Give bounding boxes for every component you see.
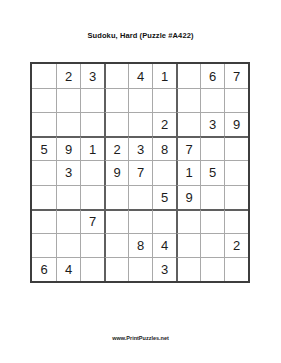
- cell-r4c9[interactable]: [224, 136, 248, 160]
- cell-r7c5[interactable]: [128, 209, 152, 233]
- cell-r9c8[interactable]: [200, 257, 224, 281]
- cell-r9c7[interactable]: [176, 257, 200, 281]
- cell-r5c7[interactable]: 1: [176, 160, 200, 184]
- cell-r8c4[interactable]: [104, 233, 128, 257]
- cell-r7c4[interactable]: [104, 209, 128, 233]
- cell-r9c9[interactable]: [224, 257, 248, 281]
- cell-r6c2[interactable]: [56, 185, 80, 209]
- cell-r8c6[interactable]: 4: [152, 233, 176, 257]
- cell-r6c4[interactable]: [104, 185, 128, 209]
- cell-r1c4[interactable]: [104, 64, 128, 88]
- cell-r7c6[interactable]: [152, 209, 176, 233]
- cell-r9c3[interactable]: [80, 257, 104, 281]
- cell-r2c6[interactable]: [152, 88, 176, 112]
- cell-r4c1[interactable]: 5: [32, 136, 56, 160]
- cell-r3c3[interactable]: [80, 112, 104, 136]
- cell-r5c9[interactable]: [224, 160, 248, 184]
- cell-r6c5[interactable]: [128, 185, 152, 209]
- cell-r9c5[interactable]: [128, 257, 152, 281]
- cell-r9c1[interactable]: 6: [32, 257, 56, 281]
- cell-r2c7[interactable]: [176, 88, 200, 112]
- cell-r4c2[interactable]: 9: [56, 136, 80, 160]
- cell-r8c8[interactable]: [200, 233, 224, 257]
- cell-r6c6[interactable]: 5: [152, 185, 176, 209]
- cell-r3c4[interactable]: [104, 112, 128, 136]
- sudoku-board: 234167239591238739715597842643: [30, 62, 250, 283]
- cell-r4c4[interactable]: 2: [104, 136, 128, 160]
- cell-r1c2[interactable]: 2: [56, 64, 80, 88]
- cell-r7c3[interactable]: 7: [80, 209, 104, 233]
- cell-r5c2[interactable]: 3: [56, 160, 80, 184]
- cell-r5c1[interactable]: [32, 160, 56, 184]
- cell-r8c9[interactable]: 2: [224, 233, 248, 257]
- cell-r2c3[interactable]: [80, 88, 104, 112]
- puzzle-title: Sudoku, Hard (Puzzle #A422): [0, 31, 281, 40]
- cell-r1c1[interactable]: [32, 64, 56, 88]
- cell-r9c6[interactable]: 3: [152, 257, 176, 281]
- cell-r5c8[interactable]: 5: [200, 160, 224, 184]
- cell-r2c4[interactable]: [104, 88, 128, 112]
- cell-r8c3[interactable]: [80, 233, 104, 257]
- cell-r7c8[interactable]: [200, 209, 224, 233]
- cell-r6c3[interactable]: [80, 185, 104, 209]
- cell-r5c4[interactable]: 9: [104, 160, 128, 184]
- cell-r6c9[interactable]: [224, 185, 248, 209]
- cell-r2c9[interactable]: [224, 88, 248, 112]
- cell-r2c1[interactable]: [32, 88, 56, 112]
- cell-r1c5[interactable]: 4: [128, 64, 152, 88]
- cell-r3c1[interactable]: [32, 112, 56, 136]
- cell-r4c5[interactable]: 3: [128, 136, 152, 160]
- cell-r6c7[interactable]: 9: [176, 185, 200, 209]
- cell-r2c8[interactable]: [200, 88, 224, 112]
- cell-r3c6[interactable]: 2: [152, 112, 176, 136]
- sudoku-page: Sudoku, Hard (Puzzle #A422) 234167239591…: [0, 0, 281, 363]
- cell-r4c8[interactable]: [200, 136, 224, 160]
- cell-r5c5[interactable]: 7: [128, 160, 152, 184]
- cell-r5c6[interactable]: [152, 160, 176, 184]
- cell-r1c6[interactable]: 1: [152, 64, 176, 88]
- cell-r8c1[interactable]: [32, 233, 56, 257]
- cell-r6c1[interactable]: [32, 185, 56, 209]
- cell-r8c2[interactable]: [56, 233, 80, 257]
- cell-r3c8[interactable]: 3: [200, 112, 224, 136]
- cell-r7c1[interactable]: [32, 209, 56, 233]
- cell-r4c7[interactable]: 7: [176, 136, 200, 160]
- cell-r3c2[interactable]: [56, 112, 80, 136]
- cell-r4c3[interactable]: 1: [80, 136, 104, 160]
- cell-r1c8[interactable]: 6: [200, 64, 224, 88]
- cell-r3c7[interactable]: [176, 112, 200, 136]
- cell-r3c9[interactable]: 9: [224, 112, 248, 136]
- cell-r4c6[interactable]: 8: [152, 136, 176, 160]
- cell-r1c9[interactable]: 7: [224, 64, 248, 88]
- cell-r1c7[interactable]: [176, 64, 200, 88]
- cell-r7c9[interactable]: [224, 209, 248, 233]
- cell-r5c3[interactable]: [80, 160, 104, 184]
- cell-r9c4[interactable]: [104, 257, 128, 281]
- cell-r2c2[interactable]: [56, 88, 80, 112]
- cell-r6c8[interactable]: [200, 185, 224, 209]
- cell-r1c3[interactable]: 3: [80, 64, 104, 88]
- footer-url: www.PrintPuzzles.net: [0, 335, 281, 341]
- cell-r8c7[interactable]: [176, 233, 200, 257]
- cell-r3c5[interactable]: [128, 112, 152, 136]
- cell-r7c7[interactable]: [176, 209, 200, 233]
- cell-r2c5[interactable]: [128, 88, 152, 112]
- cell-r8c5[interactable]: 8: [128, 233, 152, 257]
- cell-r9c2[interactable]: 4: [56, 257, 80, 281]
- cell-r7c2[interactable]: [56, 209, 80, 233]
